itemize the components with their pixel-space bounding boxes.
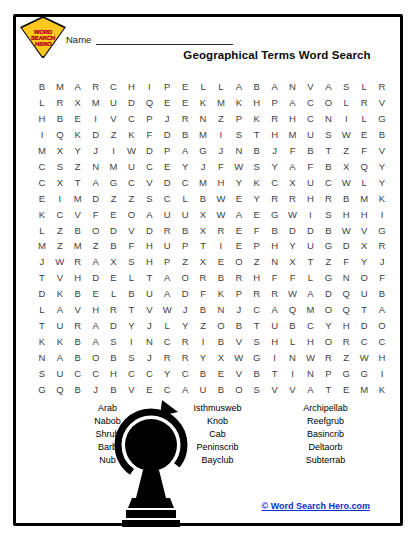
grid-cell[interactable]: I (212, 127, 230, 143)
grid-cell[interactable]: U (266, 317, 284, 333)
grid-cell[interactable]: A (51, 349, 69, 365)
grid-cell[interactable]: D (355, 317, 373, 333)
grid-cell[interactable]: O (212, 317, 230, 333)
grid-cell[interactable]: L (33, 95, 51, 111)
grid-cell[interactable]: D (319, 286, 337, 302)
grid-cell[interactable]: C (176, 174, 194, 190)
grid-cell[interactable]: N (337, 270, 355, 286)
grid-cell[interactable]: S (122, 349, 140, 365)
grid-cell[interactable]: F (140, 127, 158, 143)
grid-cell[interactable]: M (105, 158, 123, 174)
grid-cell[interactable]: L (33, 222, 51, 238)
grid-cell[interactable]: B (230, 317, 248, 333)
grid-cell[interactable]: K (230, 95, 248, 111)
grid-cell[interactable]: H (122, 79, 140, 95)
grid-cell[interactable]: C (140, 365, 158, 381)
grid-cell[interactable]: L (176, 190, 194, 206)
grid-cell[interactable]: W (337, 222, 355, 238)
grid-cell[interactable]: L (212, 79, 230, 95)
grid-cell[interactable]: O (373, 317, 391, 333)
grid-cell[interactable]: W (51, 254, 69, 270)
grid-cell[interactable]: Z (105, 127, 123, 143)
grid-cell[interactable]: W (337, 127, 355, 143)
grid-cell[interactable]: B (248, 79, 266, 95)
grid-cell[interactable]: V (301, 79, 319, 95)
grid-cell[interactable]: F (212, 158, 230, 174)
grid-cell[interactable]: U (194, 381, 212, 397)
grid-cell[interactable]: W (212, 206, 230, 222)
grid-cell[interactable]: P (266, 95, 284, 111)
grid-cell[interactable]: V (373, 143, 391, 159)
grid-cell[interactable]: A (158, 286, 176, 302)
grid-cell[interactable]: I (194, 333, 212, 349)
grid-cell[interactable]: D (87, 270, 105, 286)
grid-cell[interactable]: T (319, 381, 337, 397)
grid-cell[interactable]: B (33, 79, 51, 95)
grid-cell[interactable]: B (319, 158, 337, 174)
grid-cell[interactable]: B (105, 381, 123, 397)
grid-cell[interactable]: J (87, 381, 105, 397)
grid-cell[interactable]: B (69, 349, 87, 365)
grid-cell[interactable]: T (194, 238, 212, 254)
grid-cell[interactable]: O (230, 254, 248, 270)
grid-cell[interactable]: J (87, 143, 105, 159)
grid-cell[interactable]: S (337, 79, 355, 95)
grid-cell[interactable]: Q (51, 127, 69, 143)
grid-cell[interactable]: S (140, 190, 158, 206)
grid-cell[interactable]: X (51, 174, 69, 190)
grid-cell[interactable]: K (248, 174, 266, 190)
grid-cell[interactable]: L (33, 302, 51, 318)
grid-cell[interactable]: B (69, 222, 87, 238)
grid-cell[interactable]: S (319, 206, 337, 222)
grid-cell[interactable]: C (301, 95, 319, 111)
grid-cell[interactable]: B (69, 286, 87, 302)
grid-cell[interactable]: R (373, 238, 391, 254)
grid-cell[interactable]: F (337, 254, 355, 270)
grid-cell[interactable]: J (266, 143, 284, 159)
grid-cell[interactable]: G (373, 111, 391, 127)
grid-cell[interactable]: I (337, 111, 355, 127)
grid-cell[interactable]: T (33, 270, 51, 286)
grid-cell[interactable]: A (51, 302, 69, 318)
grid-cell[interactable]: B (319, 222, 337, 238)
grid-cell[interactable]: R (69, 254, 87, 270)
grid-cell[interactable]: S (248, 333, 266, 349)
grid-cell[interactable]: F (248, 222, 266, 238)
grid-cell[interactable]: M (284, 127, 302, 143)
grid-cell[interactable]: Z (87, 238, 105, 254)
grid-cell[interactable]: C (140, 158, 158, 174)
grid-cell[interactable]: O (319, 302, 337, 318)
grid-cell[interactable]: I (373, 206, 391, 222)
grid-cell[interactable]: G (248, 349, 266, 365)
grid-cell[interactable]: G (266, 206, 284, 222)
grid-cell[interactable]: O (87, 222, 105, 238)
grid-cell[interactable]: F (373, 270, 391, 286)
grid-cell[interactable]: H (140, 254, 158, 270)
grid-cell[interactable]: X (51, 143, 69, 159)
grid-cell[interactable]: A (87, 317, 105, 333)
grid-cell[interactable]: V (373, 95, 391, 111)
grid-cell[interactable]: H (266, 238, 284, 254)
grid-cell[interactable]: W (158, 302, 176, 318)
grid-cell[interactable]: Z (176, 254, 194, 270)
grid-cell[interactable]: X (355, 238, 373, 254)
grid-cell[interactable]: O (355, 270, 373, 286)
grid-cell[interactable]: Z (337, 349, 355, 365)
grid-cell[interactable]: E (140, 381, 158, 397)
grid-cell[interactable]: H (248, 270, 266, 286)
grid-cell[interactable]: W (230, 158, 248, 174)
grid-cell[interactable]: V (51, 270, 69, 286)
grid-cell[interactable]: A (266, 302, 284, 318)
grid-cell[interactable]: B (212, 333, 230, 349)
grid-cell[interactable]: U (158, 238, 176, 254)
grid-cell[interactable]: R (319, 349, 337, 365)
grid-cell[interactable]: Z (337, 143, 355, 159)
grid-cell[interactable]: D (176, 286, 194, 302)
grid-cell[interactable]: S (105, 333, 123, 349)
grid-cell[interactable]: Y (373, 158, 391, 174)
grid-cell[interactable]: B (212, 381, 230, 397)
grid-cell[interactable]: H (373, 349, 391, 365)
grid-cell[interactable]: T (140, 270, 158, 286)
grid-cell[interactable]: A (373, 302, 391, 318)
grid-cell[interactable]: Y (176, 158, 194, 174)
grid-cell[interactable]: U (105, 95, 123, 111)
grid-cell[interactable]: H (105, 365, 123, 381)
grid-cell[interactable]: R (105, 302, 123, 318)
grid-cell[interactable]: U (51, 365, 69, 381)
grid-cell[interactable]: N (87, 158, 105, 174)
grid-cell[interactable]: N (33, 349, 51, 365)
grid-cell[interactable]: C (87, 365, 105, 381)
grid-cell[interactable]: E (158, 95, 176, 111)
grid-cell[interactable]: A (230, 206, 248, 222)
grid-cell[interactable]: X (337, 158, 355, 174)
grid-cell[interactable]: Y (284, 238, 302, 254)
grid-cell[interactable]: E (212, 254, 230, 270)
grid-cell[interactable]: E (158, 158, 176, 174)
grid-cell[interactable]: Z (122, 190, 140, 206)
grid-cell[interactable]: I (140, 79, 158, 95)
grid-cell[interactable]: J (140, 317, 158, 333)
grid-cell[interactable]: E (33, 190, 51, 206)
grid-cell[interactable]: Q (337, 286, 355, 302)
grid-cell[interactable]: W (122, 143, 140, 159)
grid-cell[interactable]: F (301, 158, 319, 174)
grid-cell[interactable]: Q (284, 302, 302, 318)
grid-cell[interactable]: R (176, 349, 194, 365)
credit-link[interactable]: © Word Search Hero.com (228, 501, 370, 511)
grid-cell[interactable]: U (176, 206, 194, 222)
grid-cell[interactable]: J (176, 302, 194, 318)
grid-cell[interactable]: Z (212, 111, 230, 127)
grid-cell[interactable]: L (105, 286, 123, 302)
grid-cell[interactable]: C (122, 111, 140, 127)
grid-cell[interactable]: A (87, 174, 105, 190)
grid-cell[interactable]: U (301, 174, 319, 190)
grid-cell[interactable]: J (373, 254, 391, 270)
grid-cell[interactable]: I (301, 206, 319, 222)
grid-cell[interactable]: B (373, 127, 391, 143)
grid-cell[interactable]: A (266, 79, 284, 95)
grid-cell[interactable]: J (158, 111, 176, 127)
grid-cell[interactable]: D (301, 222, 319, 238)
grid-cell[interactable]: N (284, 79, 302, 95)
grid-cell[interactable]: A (284, 95, 302, 111)
grid-cell[interactable]: B (176, 127, 194, 143)
grid-cell[interactable]: A (176, 381, 194, 397)
grid-cell[interactable]: R (158, 349, 176, 365)
grid-cell[interactable]: I (266, 349, 284, 365)
grid-cell[interactable]: E (248, 206, 266, 222)
grid-cell[interactable]: V (69, 206, 87, 222)
grid-cell[interactable]: R (248, 286, 266, 302)
grid-cell[interactable]: H (248, 95, 266, 111)
grid-cell[interactable]: L (355, 79, 373, 95)
grid-cell[interactable]: G (319, 270, 337, 286)
grid-cell[interactable]: F (355, 143, 373, 159)
grid-cell[interactable]: Y (355, 254, 373, 270)
grid-cell[interactable]: O (319, 333, 337, 349)
grid-cell[interactable]: R (194, 270, 212, 286)
grid-cell[interactable]: R (355, 95, 373, 111)
grid-cell[interactable]: H (140, 238, 158, 254)
grid-cell[interactable]: R (266, 190, 284, 206)
grid-cell[interactable]: O (230, 381, 248, 397)
grid-cell[interactable]: H (87, 302, 105, 318)
grid-cell[interactable]: E (105, 206, 123, 222)
grid-cell[interactable]: R (51, 95, 69, 111)
grid-cell[interactable]: R (158, 222, 176, 238)
grid-cell[interactable]: K (122, 127, 140, 143)
grid-cell[interactable]: X (69, 95, 87, 111)
grid-cell[interactable]: J (140, 349, 158, 365)
grid-cell[interactable]: E (230, 190, 248, 206)
grid-cell[interactable]: Y (158, 365, 176, 381)
grid-cell[interactable]: D (337, 238, 355, 254)
grid-cell[interactable]: E (337, 381, 355, 397)
grid-cell[interactable]: V (266, 381, 284, 397)
grid-cell[interactable]: C (51, 206, 69, 222)
grid-cell[interactable]: A (87, 254, 105, 270)
grid-cell[interactable]: I (122, 333, 140, 349)
grid-cell[interactable]: M (33, 238, 51, 254)
grid-cell[interactable]: G (373, 222, 391, 238)
grid-cell[interactable]: B (248, 365, 266, 381)
grid-cell[interactable]: A (301, 381, 319, 397)
grid-cell[interactable]: B (51, 111, 69, 127)
grid-cell[interactable]: Z (51, 222, 69, 238)
grid-cell[interactable]: N (266, 254, 284, 270)
grid-cell[interactable]: K (373, 381, 391, 397)
grid-cell[interactable]: H (266, 333, 284, 349)
grid-cell[interactable]: X (105, 254, 123, 270)
grid-cell[interactable]: T (33, 317, 51, 333)
grid-cell[interactable]: D (158, 174, 176, 190)
grid-cell[interactable]: N (194, 111, 212, 127)
grid-cell[interactable]: W (230, 349, 248, 365)
grid-cell[interactable]: G (355, 365, 373, 381)
grid-cell[interactable]: E (176, 95, 194, 111)
grid-cell[interactable]: M (301, 302, 319, 318)
grid-cell[interactable]: F (122, 238, 140, 254)
grid-cell[interactable]: B (301, 143, 319, 159)
grid-cell[interactable]: S (319, 127, 337, 143)
grid-cell[interactable]: Y (266, 158, 284, 174)
grid-cell[interactable]: L (158, 317, 176, 333)
grid-cell[interactable]: A (284, 158, 302, 174)
grid-cell[interactable]: K (33, 333, 51, 349)
grid-cell[interactable]: Z (105, 190, 123, 206)
grid-cell[interactable]: F (266, 270, 284, 286)
grid-cell[interactable]: I (373, 365, 391, 381)
grid-cell[interactable]: V (140, 302, 158, 318)
grid-cell[interactable]: S (51, 158, 69, 174)
grid-cell[interactable]: L (355, 174, 373, 190)
grid-cell[interactable]: J (230, 302, 248, 318)
grid-cell[interactable]: G (337, 365, 355, 381)
grid-cell[interactable]: E (69, 111, 87, 127)
grid-cell[interactable]: V (230, 365, 248, 381)
grid-cell[interactable]: K (51, 286, 69, 302)
grid-cell[interactable]: H (266, 127, 284, 143)
grid-cell[interactable]: C (33, 158, 51, 174)
grid-cell[interactable]: D (140, 222, 158, 238)
grid-cell[interactable]: I (33, 127, 51, 143)
grid-cell[interactable]: J (33, 254, 51, 270)
grid-cell[interactable]: V (105, 111, 123, 127)
grid-cell[interactable]: D (33, 286, 51, 302)
grid-cell[interactable]: Y (230, 174, 248, 190)
grid-cell[interactable]: B (284, 317, 302, 333)
grid-cell[interactable]: X (284, 174, 302, 190)
grid-cell[interactable]: B (194, 302, 212, 318)
grid-cell[interactable]: R (337, 333, 355, 349)
grid-cell[interactable]: P (140, 111, 158, 127)
grid-cell[interactable]: I (284, 365, 302, 381)
grid-cell[interactable]: G (319, 238, 337, 254)
grid-cell[interactable]: N (140, 333, 158, 349)
grid-cell[interactable]: H (301, 190, 319, 206)
grid-cell[interactable]: C (248, 302, 266, 318)
grid-cell[interactable]: Z (319, 254, 337, 270)
grid-cell[interactable]: Y (248, 190, 266, 206)
grid-cell[interactable]: B (69, 333, 87, 349)
grid-cell[interactable]: T (301, 254, 319, 270)
grid-cell[interactable]: C (158, 381, 176, 397)
grid-cell[interactable]: P (319, 365, 337, 381)
grid-cell[interactable]: F (194, 286, 212, 302)
grid-cell[interactable]: L (337, 95, 355, 111)
grid-cell[interactable]: D (105, 222, 123, 238)
grid-cell[interactable]: E (230, 238, 248, 254)
grid-cell[interactable]: B (176, 222, 194, 238)
grid-cell[interactable]: A (140, 206, 158, 222)
grid-cell[interactable]: H (212, 174, 230, 190)
grid-cell[interactable]: Z (51, 238, 69, 254)
grid-cell[interactable]: X (212, 349, 230, 365)
grid-cell[interactable]: W (355, 349, 373, 365)
grid-cell[interactable]: U (158, 206, 176, 222)
grid-cell[interactable]: A (301, 286, 319, 302)
grid-cell[interactable]: M (69, 190, 87, 206)
grid-cell[interactable]: R (212, 222, 230, 238)
grid-cell[interactable]: V (140, 174, 158, 190)
grid-cell[interactable]: R (373, 79, 391, 95)
grid-cell[interactable]: I (51, 190, 69, 206)
grid-cell[interactable]: L (355, 111, 373, 127)
grid-cell[interactable]: L (194, 79, 212, 95)
grid-cell[interactable]: M (212, 95, 230, 111)
grid-cell[interactable]: H (301, 333, 319, 349)
grid-cell[interactable]: Y (194, 349, 212, 365)
grid-cell[interactable]: F (87, 206, 105, 222)
grid-cell[interactable]: C (176, 365, 194, 381)
grid-cell[interactable]: B (337, 190, 355, 206)
grid-cell[interactable]: V (355, 222, 373, 238)
grid-cell[interactable]: N (284, 349, 302, 365)
grid-cell[interactable]: R (176, 111, 194, 127)
grid-cell[interactable]: H (33, 111, 51, 127)
grid-cell[interactable]: M (194, 127, 212, 143)
grid-cell[interactable]: M (355, 381, 373, 397)
grid-cell[interactable]: G (105, 174, 123, 190)
grid-cell[interactable]: M (33, 143, 51, 159)
grid-cell[interactable]: G (194, 143, 212, 159)
grid-cell[interactable]: L (284, 333, 302, 349)
grid-cell[interactable]: C (373, 333, 391, 349)
grid-cell[interactable]: I (105, 143, 123, 159)
grid-cell[interactable]: S (248, 158, 266, 174)
grid-cell[interactable]: H (355, 206, 373, 222)
grid-cell[interactable]: P (230, 111, 248, 127)
grid-cell[interactable]: U (355, 286, 373, 302)
grid-cell[interactable]: E (176, 79, 194, 95)
grid-cell[interactable]: R (230, 270, 248, 286)
grid-cell[interactable]: J (194, 158, 212, 174)
grid-cell[interactable]: X (194, 222, 212, 238)
grid-cell[interactable]: C (158, 190, 176, 206)
grid-cell[interactable]: K (33, 206, 51, 222)
grid-cell[interactable]: M (355, 190, 373, 206)
grid-cell[interactable]: J (212, 143, 230, 159)
grid-cell[interactable]: B (212, 270, 230, 286)
grid-cell[interactable]: C (158, 333, 176, 349)
grid-cell[interactable]: Z (194, 317, 212, 333)
grid-cell[interactable]: B (105, 349, 123, 365)
grid-cell[interactable]: O (122, 206, 140, 222)
grid-cell[interactable]: V (69, 302, 87, 318)
grid-cell[interactable]: B (194, 190, 212, 206)
grid-cell[interactable]: T (248, 317, 266, 333)
grid-cell[interactable]: P (158, 143, 176, 159)
grid-cell[interactable]: U (301, 238, 319, 254)
grid-cell[interactable]: B (373, 286, 391, 302)
grid-cell[interactable]: T (69, 174, 87, 190)
grid-cell[interactable]: Q (51, 381, 69, 397)
grid-cell[interactable]: S (33, 365, 51, 381)
grid-cell[interactable]: M (194, 174, 212, 190)
grid-cell[interactable]: D (87, 190, 105, 206)
grid-cell[interactable]: A (158, 270, 176, 286)
grid-cell[interactable]: X (194, 254, 212, 270)
grid-cell[interactable]: V (122, 222, 140, 238)
grid-cell[interactable]: B (248, 143, 266, 159)
grid-cell[interactable]: Y (319, 317, 337, 333)
